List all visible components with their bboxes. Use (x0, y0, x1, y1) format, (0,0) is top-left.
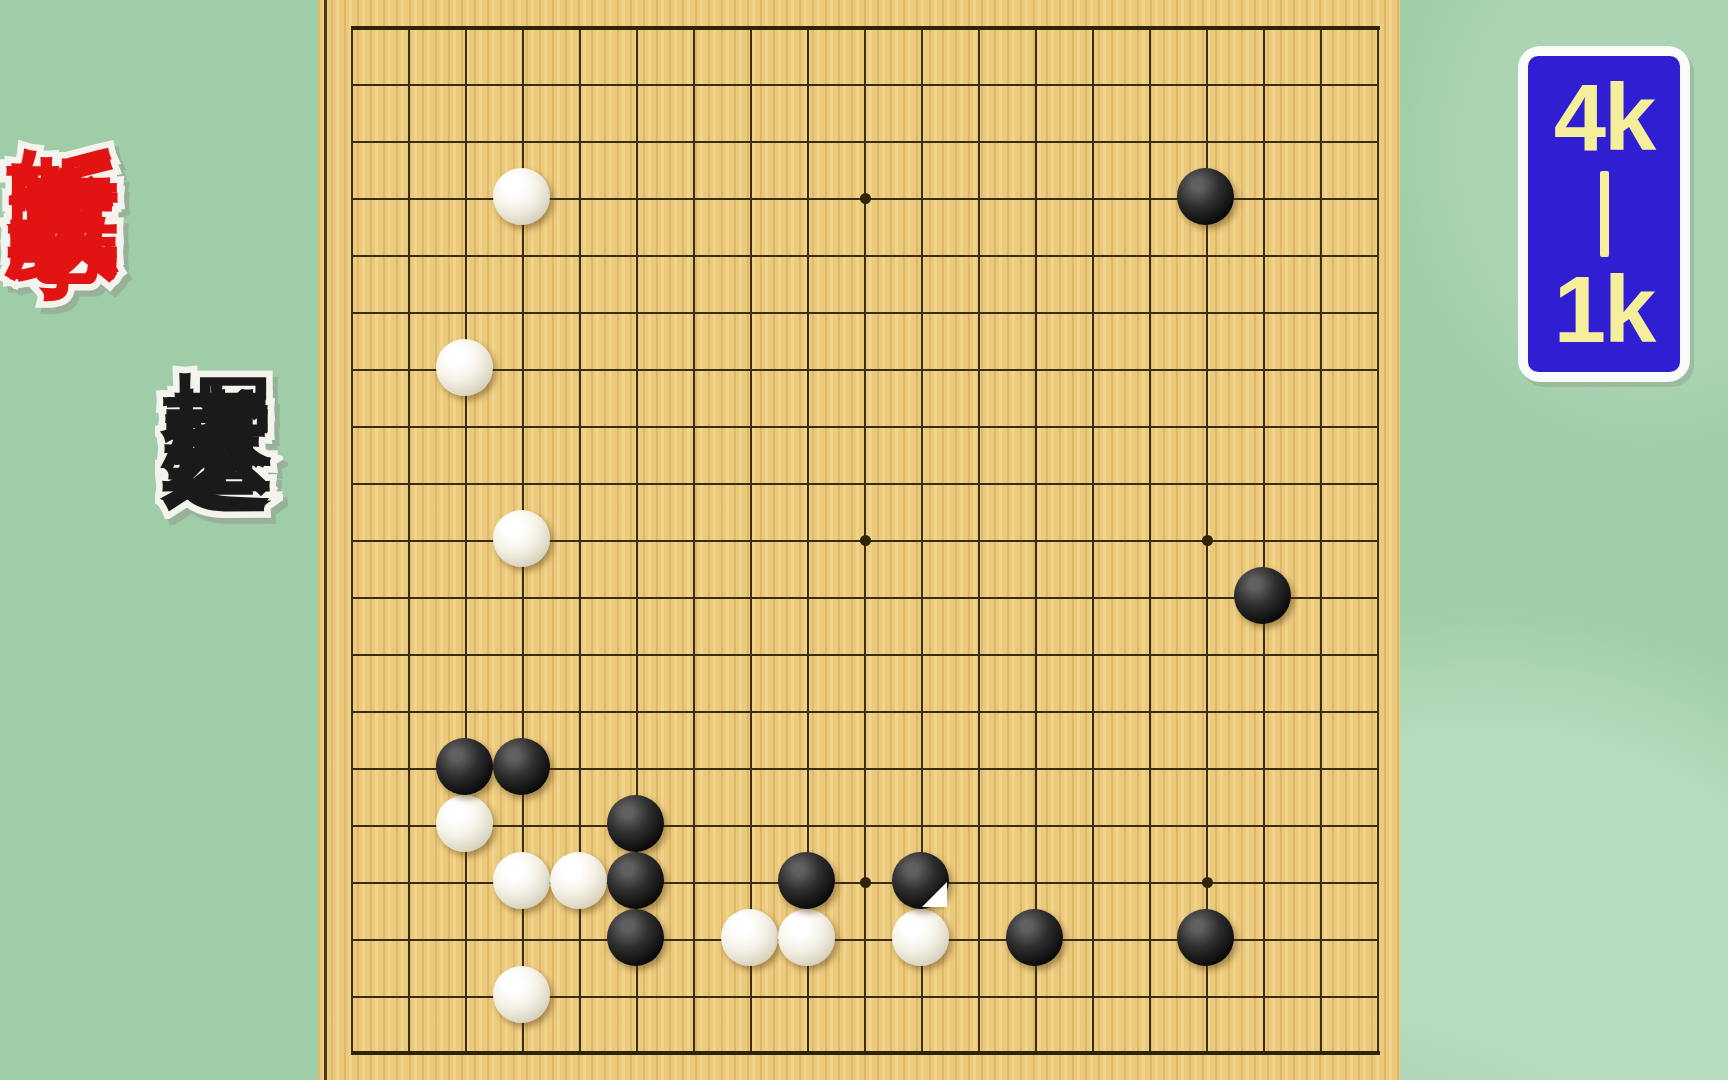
rank-badge-bottom-label: 1k (1554, 267, 1655, 353)
stone-black-R9 (1234, 567, 1291, 624)
star-point (860, 193, 871, 204)
stone-white-C13 (436, 339, 493, 396)
stone-white-E4 (550, 852, 607, 909)
title-column-left: 斩断实战恶手 (0, 56, 141, 104)
title-column-right: 探索棋之正道 (145, 284, 294, 326)
stone-white-D16 (493, 168, 550, 225)
stone-black-F5 (607, 795, 664, 852)
stone-white-L3 (892, 909, 949, 966)
stone-black-C6 (436, 738, 493, 795)
stone-white-D4 (493, 852, 550, 909)
rank-badge-separator (1600, 171, 1609, 257)
stone-black-F4 (607, 852, 664, 909)
stone-white-C5 (436, 795, 493, 852)
star-point (860, 877, 871, 888)
star-point (1202, 877, 1213, 888)
stone-black-L4 (892, 852, 949, 909)
last-move-marker (922, 882, 947, 907)
rank-badge-top-label: 4k (1554, 75, 1655, 161)
stone-black-N3 (1006, 909, 1063, 966)
star-point (860, 535, 871, 546)
stone-white-J3 (778, 909, 835, 966)
stone-black-J4 (778, 852, 835, 909)
stone-black-F3 (607, 909, 664, 966)
stone-black-Q16 (1177, 168, 1234, 225)
rank-badge-panel: 4k 1k (1528, 56, 1680, 372)
stone-black-D6 (493, 738, 550, 795)
stone-white-H3 (721, 909, 778, 966)
go-board-grid (324, 0, 1407, 1080)
stone-white-D3 (493, 966, 550, 1023)
rank-badge: 4k 1k (1518, 46, 1690, 382)
stone-black-Q3 (1177, 909, 1234, 966)
star-point (1202, 535, 1213, 546)
stone-white-D10 (493, 510, 550, 567)
